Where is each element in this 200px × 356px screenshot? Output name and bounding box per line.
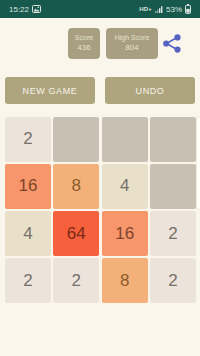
tile-4: 4 (102, 164, 148, 209)
tile-2: 2 (5, 117, 51, 162)
tile-16: 16 (102, 211, 148, 256)
tile-2: 2 (53, 258, 99, 303)
scroll-indicator (196, 116, 200, 210)
score-box: Score 436 (68, 28, 100, 59)
high-score-value: 804 (125, 43, 138, 53)
share-button[interactable] (161, 32, 183, 54)
tile-16: 16 (5, 164, 51, 209)
undo-button[interactable]: UNDO (105, 77, 195, 104)
score-label: Score (75, 34, 93, 43)
status-bar: 15:22 HD+ 53% (0, 0, 200, 18)
signal-strength-icon (155, 5, 163, 13)
board-grid[interactable]: 216844641622282 (5, 117, 196, 303)
app-screen: 15:22 HD+ 53% Score 436 (0, 0, 200, 356)
battery-icon (185, 4, 191, 14)
empty-cell (150, 164, 196, 209)
clock-label: 15:22 (9, 5, 29, 14)
empty-cell (150, 117, 196, 162)
empty-cell (102, 117, 148, 162)
empty-cell (53, 117, 99, 162)
tile-8: 8 (53, 164, 99, 209)
network-type-label: HD+ (139, 6, 152, 12)
screenshot-image-icon (32, 5, 41, 13)
tile-2: 2 (150, 258, 196, 303)
tile-64: 64 (53, 211, 99, 256)
tile-2: 2 (150, 211, 196, 256)
new-game-button[interactable]: NEW GAME (5, 77, 95, 104)
high-score-label: High Score (115, 34, 150, 43)
share-icon (162, 34, 182, 53)
battery-percent-label: 53% (166, 5, 182, 14)
high-score-box: High Score 804 (106, 28, 158, 59)
tile-2: 2 (5, 258, 51, 303)
tile-4: 4 (5, 211, 51, 256)
score-value: 436 (77, 43, 90, 53)
tile-8: 8 (102, 258, 148, 303)
